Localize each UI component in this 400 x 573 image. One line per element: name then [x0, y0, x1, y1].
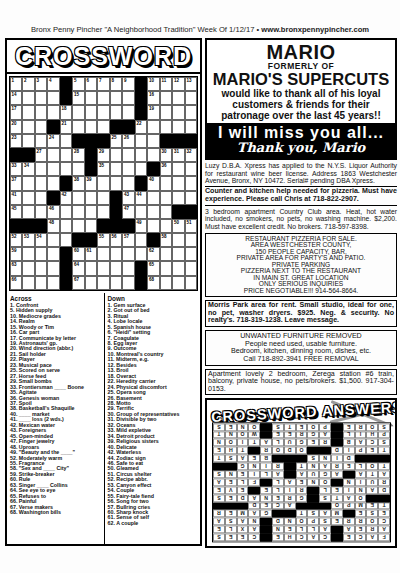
puzzle-cell[interactable]: 26 [122, 134, 135, 148]
puzzle-cell[interactable] [22, 105, 35, 119]
puzzle-cell[interactable] [97, 91, 110, 105]
puzzle-cell[interactable] [47, 91, 60, 105]
puzzle-cell[interactable] [135, 148, 148, 162]
puzzle-cell[interactable] [172, 105, 185, 119]
answer-cell: C [295, 534, 307, 542]
black-square [331, 534, 343, 542]
puzzle-cell[interactable]: 48 [47, 219, 60, 233]
puzzle-cell[interactable] [97, 105, 110, 119]
black-square [135, 176, 148, 190]
puzzle-cell[interactable] [160, 205, 173, 219]
puzzle-cell[interactable]: 32 [185, 148, 198, 162]
puzzle-cell[interactable] [160, 91, 173, 105]
cell-number: 43 [124, 192, 129, 197]
puzzle-cell[interactable] [35, 162, 48, 176]
puzzle-cell[interactable] [72, 162, 85, 176]
puzzle-cell[interactable] [135, 162, 148, 176]
answer-cell: E [354, 526, 366, 534]
puzzle-cell[interactable] [185, 276, 198, 290]
answer-cell: A [213, 479, 225, 487]
answer-cell: T [236, 447, 248, 455]
puzzle-cell[interactable] [160, 105, 173, 119]
puzzle-cell[interactable]: 65 [147, 261, 160, 275]
puzzle-cell[interactable] [47, 176, 60, 190]
puzzle-cell[interactable]: 3 [35, 77, 48, 91]
cell-number: 10 [149, 78, 154, 83]
puzzle-cell[interactable] [35, 91, 48, 105]
answer-cell: A [378, 471, 390, 479]
answer-cell: D [342, 455, 354, 463]
cell-number: 12 [174, 78, 179, 83]
answer-cell: V [224, 486, 236, 494]
answer-cell: E [272, 534, 284, 542]
black-square [283, 471, 295, 479]
puzzle-cell[interactable] [135, 233, 148, 247]
puzzle-cell[interactable]: 17 [10, 105, 23, 119]
black-square [331, 423, 343, 431]
black-square [47, 120, 60, 134]
puzzle-cell[interactable]: 37 [10, 176, 23, 190]
answer-cell: S [319, 518, 331, 526]
black-square [135, 105, 148, 119]
answer-cell: A [354, 471, 366, 479]
puzzle-cell[interactable]: 36 [160, 162, 173, 176]
puzzle-cell[interactable] [35, 205, 48, 219]
puzzle-cell[interactable] [72, 205, 85, 219]
black-square [135, 77, 148, 91]
puzzle-cell[interactable]: 40 [147, 176, 160, 190]
puzzle-cell[interactable] [22, 276, 35, 290]
puzzle-cell[interactable]: 30 [160, 148, 173, 162]
answer-cell: C [354, 534, 366, 542]
answer-cell: A [319, 510, 331, 518]
cell-number: 20 [12, 121, 17, 126]
puzzle-cell[interactable] [147, 191, 160, 205]
answer-cell: A [248, 526, 260, 534]
puzzle-cell[interactable] [35, 191, 48, 205]
puzzle-cell[interactable]: 68 [147, 276, 160, 290]
puzzle-cell[interactable] [22, 191, 35, 205]
answer-cell: N [319, 455, 331, 463]
puzzle-cell[interactable] [135, 205, 148, 219]
answer-cell: E [224, 423, 236, 431]
puzzle-cell[interactable] [35, 120, 48, 134]
pizzeria-ad-line: PRICE NEGOTIABLE!!! 914-564-8664. [207, 288, 395, 295]
puzzle-cell[interactable]: 56 [110, 233, 123, 247]
puzzle-cell[interactable]: 27 [35, 148, 48, 162]
black-square [260, 534, 272, 542]
puzzle-cell[interactable] [97, 205, 110, 219]
puzzle-cell[interactable] [60, 219, 73, 233]
cell-number: 17 [12, 106, 17, 111]
puzzle-cell[interactable] [185, 261, 198, 275]
puzzle-cell[interactable]: 18 [60, 105, 73, 119]
puzzle-cell[interactable]: 67 [72, 276, 85, 290]
puzzle-cell[interactable]: 35 [97, 162, 110, 176]
mario-thank-you-text: would like to thank all of his loyal cus… [210, 89, 392, 121]
puzzle-cell[interactable] [122, 176, 135, 190]
black-square [260, 526, 272, 534]
masthead-text: Bronx Penny Pincher "A Neighborhood Trad… [31, 25, 261, 34]
puzzle-cell[interactable]: 7 [97, 77, 110, 91]
cell-number: 30 [162, 149, 167, 154]
puzzle-cell[interactable]: 6 [85, 77, 98, 91]
puzzle-cell[interactable] [172, 91, 185, 105]
puzzle-cell[interactable]: 58 [160, 233, 173, 247]
puzzle-cell[interactable] [122, 105, 135, 119]
answer-cell: N [213, 439, 225, 447]
answer-cell: I [342, 447, 354, 455]
puzzle-cell[interactable] [172, 247, 185, 261]
furniture-ad-line: Call 718-892-3941 FREE REMOVAL [207, 356, 395, 364]
puzzle-cell[interactable]: 43 [122, 191, 135, 205]
puzzle-cell[interactable] [160, 276, 173, 290]
puzzle-cell[interactable]: 49 [135, 219, 148, 233]
answer-cell: E [331, 518, 343, 526]
puzzle-cell[interactable] [122, 162, 135, 176]
puzzle-cell[interactable] [97, 276, 110, 290]
puzzle-cell[interactable] [122, 247, 135, 261]
puzzle-cell[interactable] [85, 91, 98, 105]
puzzle-cell[interactable] [22, 205, 35, 219]
puzzle-cell[interactable] [110, 148, 123, 162]
puzzle-cell[interactable] [22, 91, 35, 105]
puzzle-cell[interactable]: 20 [10, 120, 23, 134]
puzzle-cell[interactable]: 21 [60, 120, 73, 134]
black-square [307, 486, 319, 494]
puzzle-cell[interactable]: 25 [110, 134, 123, 148]
answer-cell: E [260, 486, 272, 494]
puzzle-cell[interactable] [110, 247, 123, 261]
puzzle-cell[interactable]: 57 [122, 233, 135, 247]
puzzle-cell[interactable] [185, 162, 198, 176]
puzzle-cell[interactable]: 41 [10, 191, 23, 205]
puzzle-cell[interactable] [35, 176, 48, 190]
puzzle-cell[interactable]: 14 [10, 91, 23, 105]
black-square [236, 502, 248, 510]
puzzle-cell[interactable] [147, 120, 160, 134]
puzzle-cell[interactable]: 51 [185, 219, 198, 233]
ad-apartment-3br: 3 bedroom apartment Country Club area. H… [205, 208, 397, 230]
puzzle-cell[interactable] [122, 261, 135, 275]
answer-cell: C [319, 534, 331, 542]
puzzle-cell[interactable]: 12 [172, 77, 185, 91]
puzzle-cell[interactable] [60, 162, 73, 176]
answer-cell: S [224, 455, 236, 463]
puzzle-cell[interactable]: 34 [22, 162, 35, 176]
answer-cell: I [248, 471, 260, 479]
black-square [60, 91, 73, 105]
puzzle-cell[interactable]: 38 [72, 176, 85, 190]
cell-number: 60 [74, 248, 79, 253]
puzzle-cell[interactable] [122, 148, 135, 162]
answer-cell: R [331, 463, 343, 471]
puzzle-cell[interactable]: 46 [47, 205, 60, 219]
answer-cell: I [331, 455, 343, 463]
puzzle-cell[interactable] [97, 176, 110, 190]
puzzle-cell[interactable] [147, 148, 160, 162]
masthead-website-link[interactable]: www.bronxpennypincher.com [261, 25, 369, 34]
puzzle-cell[interactable] [172, 261, 185, 275]
cell-number: 29 [99, 149, 104, 154]
puzzle-cell[interactable]: 55 [97, 233, 110, 247]
cell-number: 42 [62, 192, 67, 197]
answer-cell: A [319, 526, 331, 534]
puzzle-cell[interactable] [122, 91, 135, 105]
cell-number: 11 [162, 78, 167, 83]
puzzle-cell[interactable] [160, 219, 173, 233]
answer-cell: T [331, 494, 343, 502]
cell-number: 49 [137, 220, 142, 225]
puzzle-cell[interactable]: 23 [10, 134, 23, 148]
puzzle-cell[interactable] [47, 233, 60, 247]
puzzle-cell[interactable] [47, 162, 60, 176]
puzzle-cell[interactable]: 62 [147, 247, 160, 261]
cell-number: 66 [12, 277, 17, 282]
puzzle-cell[interactable] [85, 219, 98, 233]
puzzle-cell[interactable] [22, 134, 35, 148]
puzzle-cell[interactable] [85, 276, 98, 290]
puzzle-cell[interactable]: 66 [10, 276, 23, 290]
answer-cell: U [366, 479, 378, 487]
puzzle-cell[interactable]: 16 [147, 91, 160, 105]
black-square [35, 219, 48, 233]
cell-number: 61 [87, 248, 92, 253]
puzzle-cell[interactable] [147, 205, 160, 219]
puzzle-cell[interactable]: 19 [147, 105, 160, 119]
answer-cell: A [272, 471, 284, 479]
black-square [283, 455, 295, 463]
puzzle-cell[interactable] [47, 247, 60, 261]
puzzle-cell[interactable]: 4 [47, 77, 60, 91]
puzzle-cell[interactable] [110, 105, 123, 119]
puzzle-cell[interactable] [47, 276, 60, 290]
answer-cell: A [236, 455, 248, 463]
answer-cell: O [295, 447, 307, 455]
puzzle-cell[interactable]: 10 [147, 77, 160, 91]
puzzle-cell[interactable] [35, 134, 48, 148]
puzzle-cell[interactable] [172, 176, 185, 190]
cell-number: 44 [137, 192, 142, 197]
puzzle-cell[interactable]: 8 [110, 77, 123, 91]
answer-cell: R [295, 431, 307, 439]
puzzle-cell[interactable]: 29 [97, 148, 110, 162]
answer-cell: A [342, 526, 354, 534]
puzzle-cell[interactable]: 53 [22, 233, 35, 247]
puzzle-cell[interactable] [85, 120, 98, 134]
puzzle-cell[interactable]: 45 [10, 205, 23, 219]
puzzle-cell[interactable] [85, 205, 98, 219]
ad-morris-park-rental: Morris Park area for rent. Small studio,… [205, 300, 397, 327]
puzzle-cell[interactable]: 31 [172, 148, 185, 162]
puzzle-cell[interactable]: 42 [60, 191, 73, 205]
puzzle-cell[interactable] [22, 261, 35, 275]
answer-cell: P [342, 502, 354, 510]
clue-lists: Across 1. Confront5. Hidden supply10. Me… [7, 293, 200, 546]
puzzle-cell[interactable] [172, 162, 185, 176]
black-square [213, 463, 225, 471]
puzzle-cell[interactable] [110, 176, 123, 190]
answer-cell: E [283, 526, 295, 534]
answer-cell: I [354, 431, 366, 439]
answer-cell: O [272, 447, 284, 455]
puzzle-cell[interactable]: 54 [35, 233, 48, 247]
answer-cell: E [272, 431, 284, 439]
answer-cell: N [342, 479, 354, 487]
puzzle-cell[interactable] [147, 219, 160, 233]
puzzle-cell[interactable] [172, 120, 185, 134]
answer-cell: E [366, 502, 378, 510]
ad-pizzeria-for-sale: RESTAURANT PIZZERIA FOR SALE.AREA WESTCH… [205, 233, 397, 298]
puzzle-cell[interactable] [185, 105, 198, 119]
cell-number: 9 [124, 78, 127, 83]
puzzle-cell[interactable]: 60 [72, 247, 85, 261]
crossword-answers-section: CROSSWORD ANSWERS FACECACHECEESAREAALLEN… [205, 398, 397, 547]
puzzle-cell[interactable] [60, 233, 73, 247]
puzzle-cell[interactable] [160, 247, 173, 261]
puzzle-cell[interactable]: 1 [10, 77, 23, 91]
puzzle-cell[interactable]: 28 [72, 148, 85, 162]
crossword-puzzle-grid: 1234567891011121314151617181920212223242… [9, 76, 199, 291]
puzzle-cell[interactable] [60, 148, 73, 162]
puzzle-cell[interactable] [160, 176, 173, 190]
answer-cell: G [307, 431, 319, 439]
answer-cell: N [248, 518, 260, 526]
puzzle-cell[interactable] [172, 191, 185, 205]
puzzle-cell[interactable] [160, 261, 173, 275]
puzzle-cell[interactable]: 5 [72, 77, 85, 91]
puzzle-cell[interactable] [85, 261, 98, 275]
puzzle-cell[interactable]: 9 [122, 77, 135, 91]
answer-cell: L [319, 486, 331, 494]
puzzle-cell[interactable] [185, 191, 198, 205]
puzzle-cell[interactable] [172, 276, 185, 290]
puzzle-cell[interactable] [72, 120, 85, 134]
answer-cell: E [342, 423, 354, 431]
puzzle-cell[interactable] [135, 134, 148, 148]
cell-number: 33 [12, 163, 17, 168]
puzzle-cell[interactable] [60, 134, 73, 148]
answer-cell: A [283, 502, 295, 510]
cell-number: 51 [187, 220, 192, 225]
puzzle-cell[interactable] [97, 191, 110, 205]
answer-cell: N [307, 463, 319, 471]
black-square [260, 423, 272, 431]
answer-cell: C [378, 518, 390, 526]
puzzle-cell[interactable] [35, 276, 48, 290]
answer-cell: L [224, 526, 236, 534]
puzzle-cell[interactable]: 52 [10, 233, 23, 247]
black-square [283, 463, 295, 471]
puzzle-cell[interactable]: 59 [10, 247, 23, 261]
puzzle-cell[interactable] [110, 91, 123, 105]
puzzle-cell[interactable] [35, 247, 48, 261]
puzzle-cell[interactable]: 44 [135, 191, 148, 205]
puzzle-cell[interactable]: 2 [22, 77, 35, 91]
black-square [260, 479, 272, 487]
puzzle-cell[interactable] [135, 247, 148, 261]
puzzle-cell[interactable] [35, 261, 48, 275]
puzzle-cell[interactable] [185, 176, 198, 190]
puzzle-cell[interactable]: 47 [122, 205, 135, 219]
answer-cell: M [236, 510, 248, 518]
puzzle-cell[interactable] [22, 120, 35, 134]
puzzle-cell[interactable] [185, 247, 198, 261]
cell-number: 52 [12, 234, 17, 239]
puzzle-cell[interactable] [22, 247, 35, 261]
puzzle-cell[interactable]: 64 [72, 261, 85, 275]
puzzle-cell[interactable] [22, 176, 35, 190]
puzzle-cell[interactable]: 39 [85, 176, 98, 190]
puzzle-cell[interactable] [122, 276, 135, 290]
puzzle-cell[interactable] [72, 191, 85, 205]
answer-cell: E [295, 423, 307, 431]
puzzle-cell[interactable]: 24 [47, 134, 60, 148]
answer-cell: A [307, 534, 319, 542]
puzzle-cell[interactable] [97, 261, 110, 275]
puzzle-cell[interactable] [60, 205, 73, 219]
puzzle-cell[interactable] [85, 191, 98, 205]
black-square [110, 219, 123, 233]
puzzle-cell[interactable] [110, 162, 123, 176]
answer-cell: L [354, 463, 366, 471]
puzzle-cell[interactable] [185, 91, 198, 105]
black-square [160, 134, 173, 148]
puzzle-cell[interactable] [97, 120, 110, 134]
black-square [224, 502, 236, 510]
puzzle-cell[interactable]: 13 [185, 77, 198, 91]
mario-banner: I will miss you all... Thank you, Mario [207, 123, 395, 158]
puzzle-cell[interactable] [147, 134, 160, 148]
puzzle-cell[interactable]: 15 [72, 91, 85, 105]
answer-cell: A [354, 439, 366, 447]
puzzle-cell[interactable]: 33 [10, 162, 23, 176]
black-square [331, 431, 343, 439]
puzzle-cell[interactable] [47, 261, 60, 275]
answer-cell: D [248, 502, 260, 510]
puzzle-cell[interactable] [47, 105, 60, 119]
answer-cell: F [378, 534, 390, 542]
puzzle-cell[interactable]: 63 [10, 261, 23, 275]
answer-cell: L [295, 526, 307, 534]
puzzle-cell[interactable] [172, 233, 185, 247]
puzzle-cell[interactable]: 61 [85, 247, 98, 261]
answer-cell: R [342, 518, 354, 526]
puzzle-cell[interactable] [160, 191, 173, 205]
puzzle-cell[interactable] [35, 105, 48, 119]
cell-number: 68 [149, 277, 154, 282]
puzzle-cell[interactable] [110, 261, 123, 275]
cell-number: 65 [149, 262, 154, 267]
answer-cell: S [366, 510, 378, 518]
puzzle-cell[interactable] [72, 219, 85, 233]
puzzle-cell[interactable]: 50 [172, 219, 185, 233]
puzzle-cell[interactable]: 22 [135, 120, 148, 134]
puzzle-cell[interactable] [85, 105, 98, 119]
answer-cell: T [295, 463, 307, 471]
puzzle-cell[interactable] [160, 120, 173, 134]
black-square [260, 518, 272, 526]
puzzle-cell[interactable] [97, 247, 110, 261]
puzzle-cell[interactable] [72, 105, 85, 119]
puzzle-cell[interactable]: 11 [160, 77, 173, 91]
puzzle-cell[interactable] [185, 233, 198, 247]
puzzle-cell[interactable] [185, 120, 198, 134]
cell-number: 39 [87, 177, 92, 182]
puzzle-cell[interactable] [110, 276, 123, 290]
black-square [319, 447, 331, 455]
puzzle-cell[interactable] [47, 148, 60, 162]
